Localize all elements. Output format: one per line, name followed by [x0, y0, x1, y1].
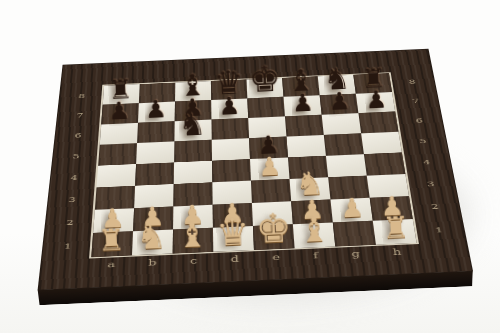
black-pawn-d7: ♟	[218, 93, 241, 118]
black-pawn-a7: ♟	[108, 98, 131, 123]
rank-label-right-6: 6	[415, 116, 423, 123]
file-label-a: a	[107, 259, 115, 268]
black-pawn-h7: ♟	[365, 87, 388, 112]
square-b5	[136, 141, 174, 164]
square-e4: ♟	[250, 157, 290, 180]
square-b1: ♞	[132, 229, 173, 255]
square-c6: ♞	[174, 119, 211, 141]
white-king-e1: ♚	[255, 208, 292, 249]
square-c1: ♝	[173, 227, 214, 253]
square-b7: ♟	[138, 101, 175, 122]
square-a6	[100, 122, 138, 144]
white-knight-b1: ♞	[136, 220, 167, 254]
square-g4	[326, 154, 367, 177]
square-g1	[333, 220, 376, 246]
square-g2: ♟	[330, 197, 372, 222]
square-a4	[97, 164, 137, 187]
square-h5	[361, 131, 402, 153]
square-d5	[212, 138, 250, 161]
square-d4	[212, 159, 251, 182]
square-f7: ♟	[284, 95, 322, 116]
rank-label-right-5: 5	[419, 137, 427, 144]
black-pawn-g7: ♟	[328, 88, 351, 113]
rank-label-left-2: 2	[66, 218, 74, 226]
rank-label-left-1: 1	[64, 241, 72, 250]
file-label-c: c	[190, 256, 197, 265]
file-label-b: b	[148, 258, 157, 267]
rank-label-right-3: 3	[426, 179, 435, 187]
white-pawn-e4: ♟	[258, 153, 282, 179]
square-b6	[137, 121, 175, 143]
rank-label-right-4: 4	[423, 158, 431, 166]
square-a5	[98, 143, 137, 166]
square-f5	[286, 134, 325, 156]
board-grid: ♜♝♛♚♝♞♜♟♟♟♟♟♟♟♞♟♟♞♟♟♟♟♟♟♟♜♞♝♛♚♝♜	[91, 73, 416, 257]
file-label-f: f	[313, 251, 319, 260]
square-d6	[211, 117, 249, 139]
square-c5	[174, 139, 212, 162]
square-e3	[251, 178, 291, 202]
black-pawn-b7: ♟	[144, 96, 167, 121]
white-pawn-g2: ♟	[340, 194, 365, 221]
rank-label-right-2: 2	[430, 202, 439, 210]
black-pawn-f7: ♟	[291, 90, 314, 115]
product-photo-scene: 87654321 87654321 abcdefgh ♜♝♛♚♝♞♜♟♟♟♟♟♟…	[0, 0, 500, 333]
square-h1: ♜	[373, 219, 417, 245]
square-d1: ♛	[213, 226, 254, 252]
file-label-d: d	[230, 254, 239, 263]
white-bishop-c1: ♝	[177, 218, 208, 252]
black-knight-c6: ♞	[178, 109, 207, 141]
file-label-g: g	[351, 249, 360, 258]
rank-label-left-8: 8	[78, 92, 85, 99]
square-c4	[174, 160, 213, 183]
chess-board: 87654321 87654321 abcdefgh ♜♝♛♚♝♞♜♟♟♟♟♟♟…	[39, 49, 472, 289]
square-g6	[322, 113, 361, 135]
rank-label-left-6: 6	[74, 131, 81, 138]
rank-label-left-3: 3	[68, 195, 76, 203]
white-bishop-f1: ♝	[299, 212, 330, 246]
file-label-e: e	[272, 252, 280, 261]
square-h7: ♟	[356, 92, 395, 113]
rank-label-right-7: 7	[412, 97, 420, 104]
square-a7: ♟	[101, 103, 139, 124]
square-h4	[364, 152, 405, 175]
square-d7: ♟	[211, 98, 248, 119]
board-frame: 87654321 87654321 abcdefgh ♜♝♛♚♝♞♜♟♟♟♟♟♟…	[39, 49, 472, 289]
square-f6	[285, 114, 324, 136]
square-a1: ♜	[91, 231, 133, 257]
white-queen-d1: ♛	[216, 213, 250, 251]
white-rook-a1: ♜	[97, 225, 125, 256]
rank-label-left-7: 7	[76, 111, 83, 118]
white-rook-h1: ♜	[381, 212, 409, 243]
square-e7	[247, 96, 285, 117]
black-king-e8: ♚	[248, 61, 281, 98]
square-e8: ♚	[247, 77, 284, 98]
rank-label-right-1: 1	[435, 225, 444, 233]
square-b4	[135, 162, 174, 185]
rank-label-left-4: 4	[70, 173, 78, 181]
square-g5	[324, 133, 364, 155]
rank-label-left-5: 5	[72, 152, 80, 159]
square-h6	[358, 111, 398, 133]
square-e1: ♚	[253, 224, 295, 250]
rank-label-right-8: 8	[408, 78, 416, 85]
square-f1: ♝	[293, 222, 335, 248]
file-label-h: h	[392, 247, 402, 256]
square-g7: ♟	[320, 93, 359, 114]
